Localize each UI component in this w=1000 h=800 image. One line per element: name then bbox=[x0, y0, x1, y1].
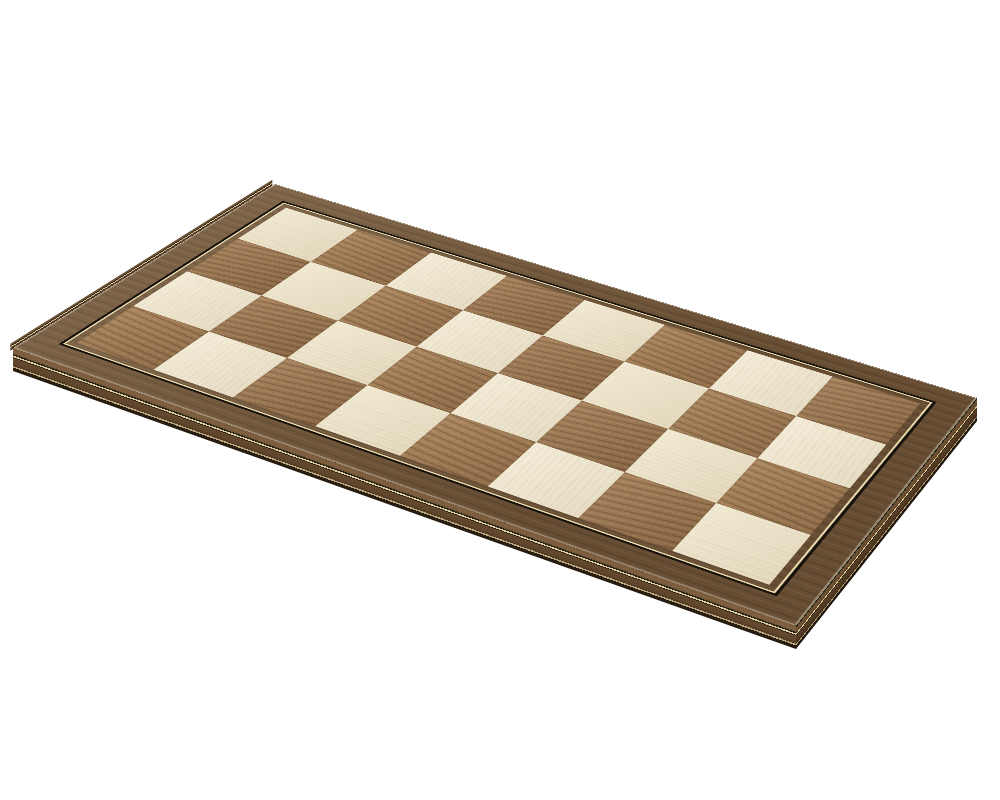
chessboard-product-photo bbox=[0, 0, 1000, 800]
